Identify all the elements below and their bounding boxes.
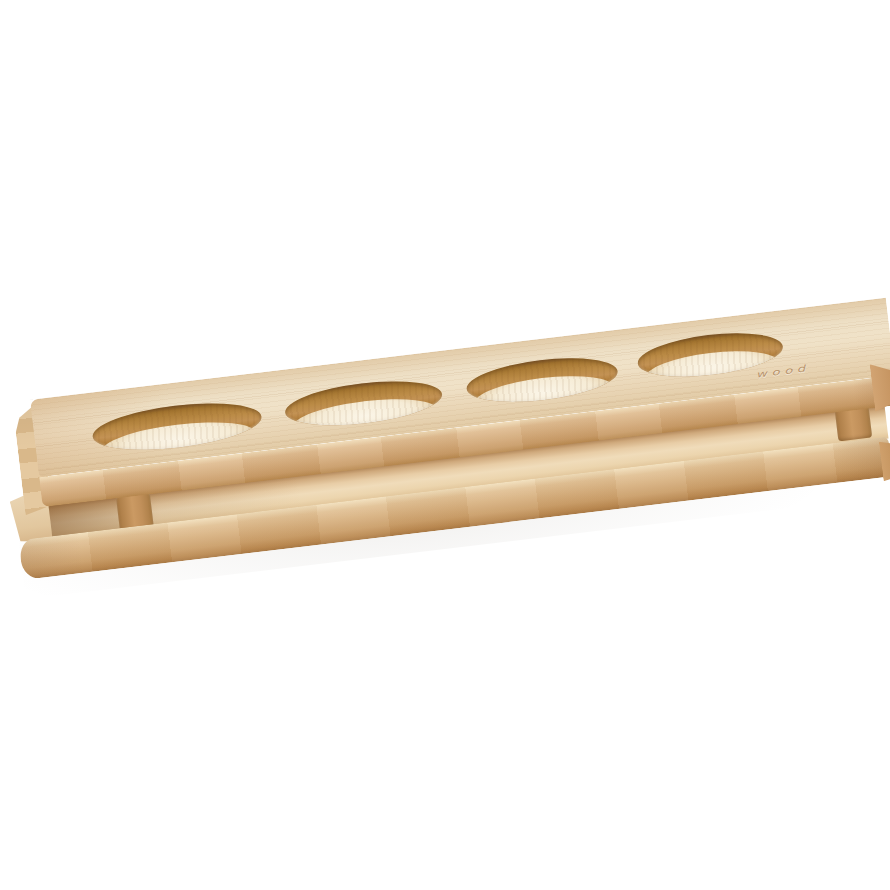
wooden-stand: wood xyxy=(12,293,890,630)
photo-background: wood xyxy=(0,0,890,890)
